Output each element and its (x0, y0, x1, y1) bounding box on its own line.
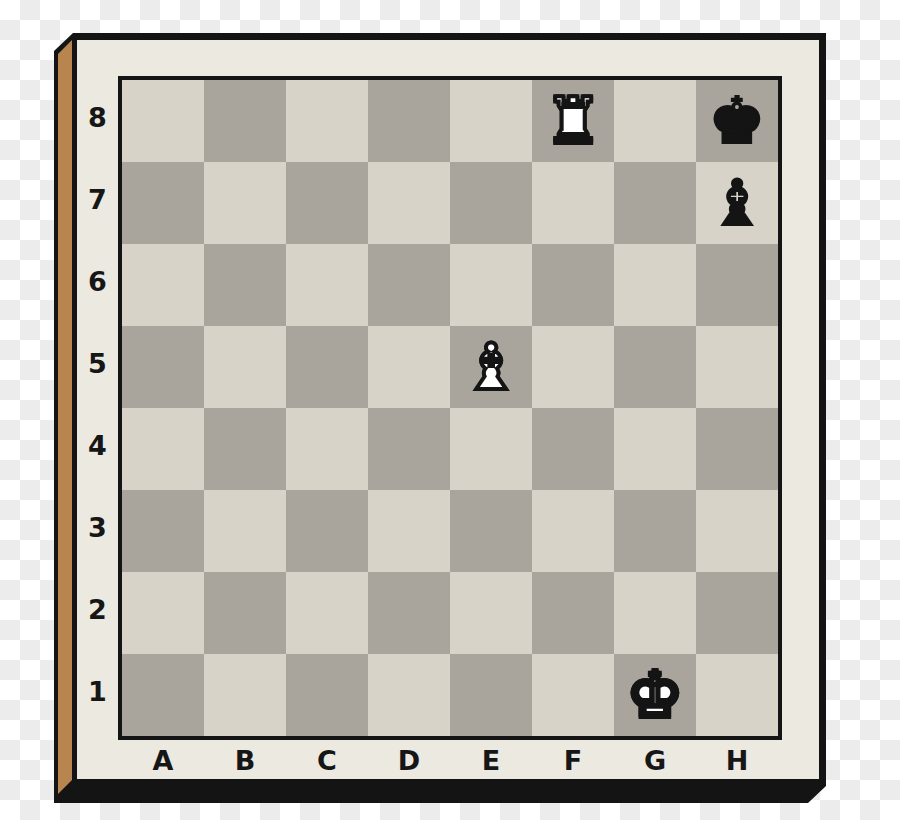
square-h1[interactable] (696, 654, 778, 736)
rank-label-6: 6 (77, 240, 118, 322)
square-f6[interactable] (532, 244, 614, 326)
square-e8[interactable] (450, 80, 532, 162)
square-c4[interactable] (286, 408, 368, 490)
square-a3[interactable] (122, 490, 204, 572)
square-e2[interactable] (450, 572, 532, 654)
square-a4[interactable] (122, 408, 204, 490)
square-g5[interactable] (614, 326, 696, 408)
rank-label-7: 7 (77, 158, 118, 240)
square-b8[interactable] (204, 80, 286, 162)
square-d4[interactable] (368, 408, 450, 490)
square-d6[interactable] (368, 244, 450, 326)
file-labels: ABCDEFGH (122, 740, 778, 780)
square-f1[interactable] (532, 654, 614, 736)
black-bishop-h7[interactable]: ♝ (708, 171, 765, 235)
square-b3[interactable] (204, 490, 286, 572)
square-a5[interactable] (122, 326, 204, 408)
square-h8[interactable]: ♚ (696, 80, 778, 162)
square-a8[interactable] (122, 80, 204, 162)
square-g2[interactable] (614, 572, 696, 654)
rank-labels: 87654321 (77, 76, 118, 740)
file-label-e: E (450, 740, 532, 780)
square-b2[interactable] (204, 572, 286, 654)
square-c7[interactable] (286, 162, 368, 244)
square-d5[interactable] (368, 326, 450, 408)
square-f4[interactable] (532, 408, 614, 490)
square-f3[interactable] (532, 490, 614, 572)
square-g6[interactable] (614, 244, 696, 326)
square-b4[interactable] (204, 408, 286, 490)
square-d1[interactable] (368, 654, 450, 736)
file-label-f: F (532, 740, 614, 780)
rank-label-2: 2 (77, 568, 118, 650)
square-h2[interactable] (696, 572, 778, 654)
square-g4[interactable] (614, 408, 696, 490)
square-h5[interactable] (696, 326, 778, 408)
square-b1[interactable] (204, 654, 286, 736)
square-e3[interactable] (450, 490, 532, 572)
white-rook-f8[interactable]: ♜ (544, 89, 601, 153)
file-label-g: G (614, 740, 696, 780)
square-g3[interactable] (614, 490, 696, 572)
square-f2[interactable] (532, 572, 614, 654)
square-e4[interactable] (450, 408, 532, 490)
square-g8[interactable] (614, 80, 696, 162)
square-b7[interactable] (204, 162, 286, 244)
white-bishop-e5[interactable]: ♝ (462, 335, 519, 399)
square-d2[interactable] (368, 572, 450, 654)
square-c1[interactable] (286, 654, 368, 736)
square-h3[interactable] (696, 490, 778, 572)
square-g7[interactable] (614, 162, 696, 244)
rank-label-4: 4 (77, 404, 118, 486)
square-e7[interactable] (450, 162, 532, 244)
board-wood-side (58, 40, 72, 794)
square-d3[interactable] (368, 490, 450, 572)
rank-label-8: 8 (77, 76, 118, 158)
square-e6[interactable] (450, 244, 532, 326)
square-c3[interactable] (286, 490, 368, 572)
square-c5[interactable] (286, 326, 368, 408)
square-e5[interactable]: ♝ (450, 326, 532, 408)
white-king-g1[interactable]: ♚ (626, 663, 683, 727)
square-g1[interactable]: ♚ (614, 654, 696, 736)
chess-board: 87654321 ♜♚♝♝♚ ABCDEFGH (73, 36, 823, 783)
rank-label-1: 1 (77, 650, 118, 732)
square-h4[interactable] (696, 408, 778, 490)
square-h6[interactable] (696, 244, 778, 326)
square-e1[interactable] (450, 654, 532, 736)
square-a1[interactable] (122, 654, 204, 736)
black-king-h8[interactable]: ♚ (708, 89, 765, 153)
rank-label-3: 3 (77, 486, 118, 568)
square-f5[interactable] (532, 326, 614, 408)
square-c8[interactable] (286, 80, 368, 162)
square-a6[interactable] (122, 244, 204, 326)
square-b5[interactable] (204, 326, 286, 408)
square-c2[interactable] (286, 572, 368, 654)
square-h7[interactable]: ♝ (696, 162, 778, 244)
square-c6[interactable] (286, 244, 368, 326)
square-d8[interactable] (368, 80, 450, 162)
square-d7[interactable] (368, 162, 450, 244)
square-a2[interactable] (122, 572, 204, 654)
file-label-c: C (286, 740, 368, 780)
square-b6[interactable] (204, 244, 286, 326)
file-label-h: H (696, 740, 778, 780)
square-f7[interactable] (532, 162, 614, 244)
file-label-d: D (368, 740, 450, 780)
square-f8[interactable]: ♜ (532, 80, 614, 162)
square-a7[interactable] (122, 162, 204, 244)
transparent-canvas: 87654321 ♜♚♝♝♚ ABCDEFGH (0, 0, 900, 820)
rank-label-5: 5 (77, 322, 118, 404)
board-grid[interactable]: ♜♚♝♝♚ (118, 76, 782, 740)
file-label-a: A (122, 740, 204, 780)
file-label-b: B (204, 740, 286, 780)
